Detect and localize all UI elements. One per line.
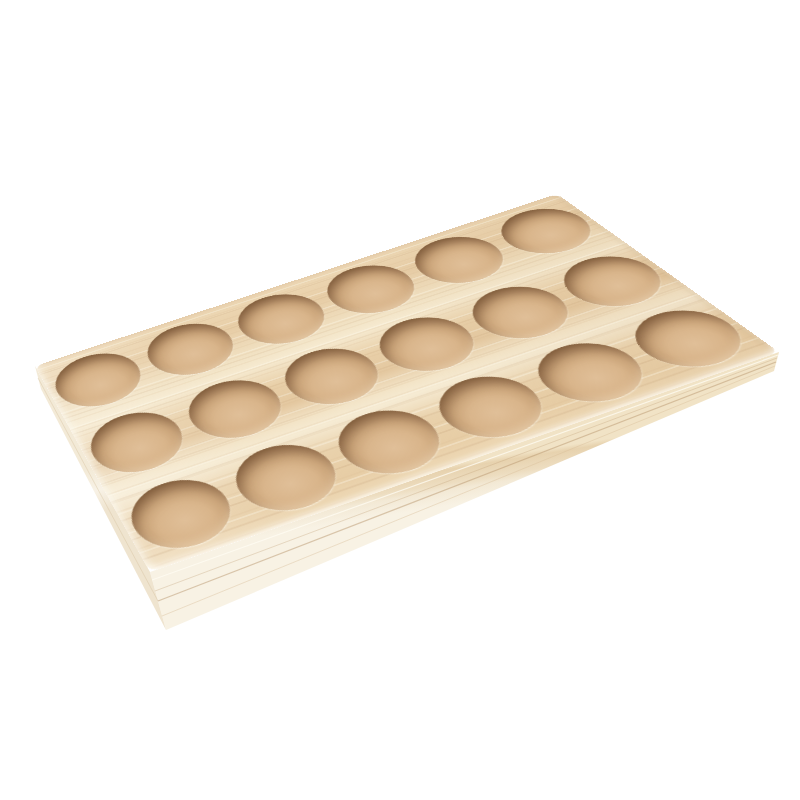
product-photo-scene	[0, 0, 800, 800]
pit-r2-c4[interactable]	[364, 308, 492, 381]
pit-r2-c2[interactable]	[175, 370, 296, 448]
pit-r2-c1[interactable]	[79, 402, 196, 483]
pit-r2-c3[interactable]	[270, 339, 394, 415]
